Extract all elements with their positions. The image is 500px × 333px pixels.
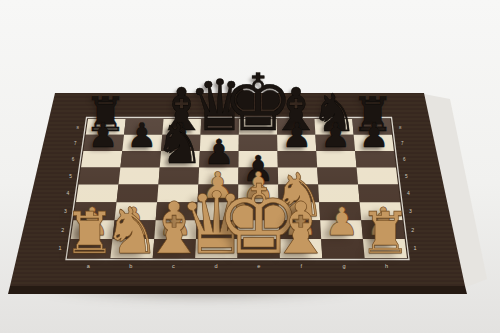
file-label-g: g (342, 263, 345, 269)
rank-label-left-1: 1 (59, 245, 62, 251)
black-pawn-h7[interactable]: ♟ (359, 119, 389, 153)
white-rook-h1[interactable]: ♜ (360, 205, 412, 263)
rank-label-left-6: 6 (72, 157, 75, 162)
black-knight-c6[interactable]: ♞ (155, 117, 205, 172)
black-pawn-b7[interactable]: ♟ (127, 119, 157, 153)
white-bishop-f1[interactable]: ♝ (269, 193, 333, 265)
rank-label-right-2: 2 (411, 227, 414, 233)
square-a5[interactable] (79, 168, 121, 185)
black-pawn-f7[interactable]: ♟ (282, 119, 312, 153)
square-b5[interactable] (118, 168, 159, 185)
black-pawn-g7[interactable]: ♟ (320, 119, 350, 153)
rank-label-left-5: 5 (69, 174, 72, 179)
black-pawn-a7[interactable]: ♟ (88, 119, 118, 153)
chess-board-photo-scene: abcdefgh1122334455667788 ♜♝♛♚♝♞♜♟♟♟♟♟♟♞♟… (0, 0, 500, 333)
rank-label-left-4: 4 (67, 190, 70, 196)
square-h5[interactable] (357, 168, 398, 185)
rank-label-right-6: 6 (403, 157, 406, 162)
rank-label-right-1: 1 (414, 245, 417, 251)
rank-label-right-5: 5 (405, 174, 408, 179)
rank-label-right-4: 4 (407, 190, 410, 196)
board-frame-front-edge (8, 286, 467, 294)
